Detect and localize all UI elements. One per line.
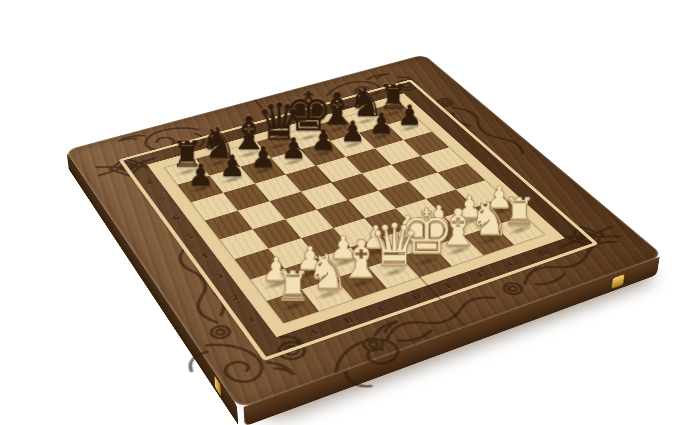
piece-glyph: ♜ (274, 268, 311, 306)
brass-latch (611, 273, 626, 289)
chess-board: ABCDEFGH 87654321 ♜♞♝♛♚♝♞♜♟♟♟♟♟♟♟♟♟♟♟♟♟♟… (65, 54, 663, 408)
pieces-layer: ♜♞♝♛♚♝♞♜♟♟♟♟♟♟♟♟♟♟♟♟♟♟♟♟♜♞♝♛♚♝♞♜ (65, 54, 663, 408)
perspective-scene: ABCDEFGH 87654321 ♜♞♝♛♚♝♞♜♟♟♟♟♟♟♟♟♟♟♟♟♟♟… (128, 0, 568, 420)
product-photo: ABCDEFGH 87654321 ♜♞♝♛♚♝♞♜♟♟♟♟♟♟♟♟♟♟♟♟♟♟… (0, 0, 680, 425)
piece-glyph: ♞ (306, 250, 349, 294)
